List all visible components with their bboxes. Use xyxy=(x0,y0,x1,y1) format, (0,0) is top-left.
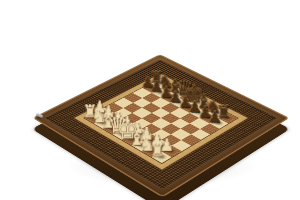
piece-black-pawn-h7[interactable]: ♟ xyxy=(208,110,222,125)
piece-white-rook-h1[interactable]: ♜ xyxy=(150,143,165,160)
chess-board: ♜♞♝♛♚♝♞♜♟♟♟♟♟♟♟♟♟♟♟♟♟♟♟♟♜♞♝♛♚♝♞♜ xyxy=(32,54,289,197)
scene: ♜♞♝♛♚♝♞♜♟♟♟♟♟♟♟♟♟♟♟♟♟♟♟♟♜♞♝♛♚♝♞♜ xyxy=(0,0,300,200)
photo-canvas: ♜♞♝♛♚♝♞♜♟♟♟♟♟♟♟♟♟♟♟♟♟♟♟♟♜♞♝♛♚♝♞♜ xyxy=(0,0,300,200)
